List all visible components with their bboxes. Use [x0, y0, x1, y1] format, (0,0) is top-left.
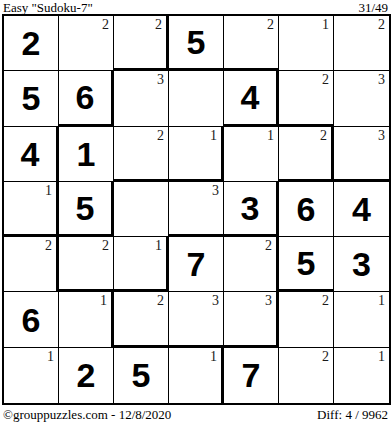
cell-r6c3[interactable]: 2 [114, 292, 169, 347]
cell-r2c7[interactable]: 3 [334, 71, 389, 126]
given-digit: 5 [187, 25, 206, 59]
given-digit: 6 [22, 303, 41, 337]
cell-r7c2: 2 [59, 348, 114, 403]
cell-r2c2: 6 [59, 71, 114, 126]
cell-r3c5[interactable]: 1 [224, 127, 279, 182]
cell-r2c3[interactable]: 3 [114, 71, 169, 126]
cell-r4c5: 3 [224, 182, 279, 237]
candidate-count-hint: 1 [378, 349, 385, 364]
difficulty-text: Diff: 4 / 9962 [317, 407, 388, 423]
given-digit: 3 [352, 247, 371, 281]
cell-r5c2[interactable]: 2 [59, 237, 114, 292]
given-digit: 5 [132, 358, 151, 392]
candidate-count-hint: 2 [267, 17, 274, 32]
candidate-count-hint: 1 [100, 293, 107, 308]
cell-r3c1: 4 [4, 127, 59, 182]
candidate-count-hint: 3 [157, 72, 164, 87]
cell-r2c5: 4 [224, 71, 279, 126]
cell-r1c1: 2 [4, 16, 59, 71]
sudoku-board: 2225212563423412112315336422172536123321… [2, 14, 391, 405]
candidate-count-hint: 1 [155, 238, 162, 253]
cell-r4c7: 4 [334, 182, 389, 237]
cell-r7c1[interactable]: 1 [4, 348, 59, 403]
given-digit: 5 [76, 191, 95, 225]
candidate-count-hint: 1 [210, 128, 217, 143]
cell-r7c3: 5 [114, 348, 169, 403]
cell-r4c4[interactable]: 3 [169, 182, 224, 237]
given-digit: 4 [241, 80, 260, 114]
candidate-count-hint: 3 [212, 293, 219, 308]
cell-r5c5[interactable]: 2 [224, 237, 279, 292]
cell-r3c7[interactable]: 3 [334, 127, 389, 182]
candidate-count-hint: 3 [378, 72, 385, 87]
cell-r3c3[interactable]: 2 [114, 127, 169, 182]
cell-r3c2: 1 [59, 127, 114, 182]
candidate-count-hint: 1 [45, 183, 52, 198]
cell-r5c6: 5 [279, 237, 334, 292]
given-digit: 2 [77, 358, 96, 392]
cell-r2c1: 5 [4, 71, 59, 126]
candidate-count-hint: 3 [265, 293, 272, 308]
candidate-count-hint: 3 [212, 183, 219, 198]
cell-r6c2[interactable]: 1 [59, 292, 114, 347]
cell-r7c6[interactable]: 2 [279, 348, 334, 403]
candidate-count-hint: 2 [378, 17, 385, 32]
candidate-count-hint: 3 [378, 128, 385, 143]
cell-r7c7[interactable]: 1 [334, 348, 389, 403]
cell-r1c2[interactable]: 2 [59, 16, 114, 71]
given-digit: 5 [297, 246, 316, 280]
given-digit: 1 [77, 137, 96, 171]
candidate-count-hint: 2 [102, 17, 109, 32]
candidate-count-hint: 2 [320, 128, 327, 143]
candidate-count-hint: 2 [322, 72, 329, 87]
given-digit: 7 [187, 247, 206, 281]
cell-r7c4[interactable]: 1 [169, 348, 224, 403]
candidate-count-hint: 1 [378, 293, 385, 308]
cell-r4c1[interactable]: 1 [4, 182, 59, 237]
given-digit: 5 [22, 81, 41, 115]
candidate-count-hint: 1 [210, 349, 217, 364]
cell-r5c7: 3 [334, 237, 389, 292]
cell-r6c6[interactable]: 2 [279, 292, 334, 347]
given-digit: 4 [21, 137, 40, 171]
cell-r4c2: 5 [59, 182, 114, 237]
candidate-count-hint: 2 [322, 349, 329, 364]
cell-r6c7[interactable]: 1 [334, 292, 389, 347]
cell-r5c4: 7 [169, 237, 224, 292]
given-digit: 3 [241, 191, 260, 225]
given-digit: 6 [76, 80, 95, 114]
candidate-count-hint: 2 [45, 238, 52, 253]
cell-r3c4[interactable]: 1 [169, 127, 224, 182]
cell-r4c6: 6 [279, 182, 334, 237]
cell-r2c4[interactable] [169, 71, 224, 126]
candidate-count-hint: 2 [322, 293, 329, 308]
cell-r7c5: 7 [224, 348, 279, 403]
cell-r3c6[interactable]: 2 [279, 127, 334, 182]
cell-r6c1: 6 [4, 292, 59, 347]
candidate-count-hint: 2 [265, 238, 272, 253]
cell-r2c6[interactable]: 2 [279, 71, 334, 126]
given-digit: 4 [352, 192, 371, 226]
cell-r1c3[interactable]: 2 [114, 16, 169, 71]
copyright-text: ©grouppuzzles.com - 12/8/2020 [3, 407, 171, 423]
given-digit: 6 [297, 192, 316, 226]
candidate-count-hint: 1 [267, 128, 274, 143]
candidate-count-hint: 1 [47, 349, 54, 364]
cell-r1c7[interactable]: 2 [334, 16, 389, 71]
candidate-count-hint: 1 [322, 17, 329, 32]
cell-r1c6[interactable]: 1 [279, 16, 334, 71]
candidate-count-hint: 2 [155, 17, 162, 32]
cell-r5c1[interactable]: 2 [4, 237, 59, 292]
cell-r6c4[interactable]: 3 [169, 292, 224, 347]
cell-r1c4: 5 [169, 16, 224, 71]
cell-r1c5[interactable]: 2 [224, 16, 279, 71]
candidate-count-hint: 2 [157, 293, 164, 308]
cell-r6c5[interactable]: 3 [224, 292, 279, 347]
cell-r4c3[interactable] [114, 182, 169, 237]
cell-r5c3[interactable]: 1 [114, 237, 169, 292]
given-digit: 2 [22, 26, 41, 60]
candidate-count-hint: 2 [102, 238, 109, 253]
candidate-count-hint: 2 [157, 128, 164, 143]
given-digit: 7 [242, 358, 261, 392]
